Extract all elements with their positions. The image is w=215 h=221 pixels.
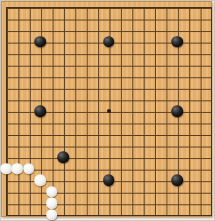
white-stone-C5 [23,163,35,175]
go-app-screenshot [0,0,215,221]
black-stone-K16 [103,36,115,48]
goban[interactable] [1,1,212,217]
white-stone-E3 [46,186,58,198]
black-stone-Q16 [171,36,183,48]
black-stone-D16 [34,36,46,48]
white-stone-B5 [12,163,24,175]
black-stone-F6 [57,151,69,163]
star-point-dot [107,109,111,113]
black-stone-K4 [103,174,115,186]
black-stone-D10 [34,105,46,117]
black-stone-Q4 [171,174,183,186]
white-stone-D4 [34,174,46,186]
white-stone-E1 [46,209,58,221]
black-stone-Q10 [171,105,183,117]
white-stone-A5 [0,163,12,175]
white-stone-E2 [46,198,58,210]
